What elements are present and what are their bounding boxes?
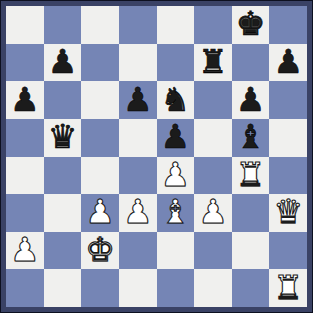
square-g4[interactable]: ♜: [232, 157, 270, 195]
square-f3[interactable]: ♟: [194, 194, 232, 232]
square-g5[interactable]: ♝: [232, 119, 270, 157]
square-h2[interactable]: [269, 232, 307, 270]
piece-black-pawn[interactable]: ♟: [123, 83, 153, 116]
square-g2[interactable]: [232, 232, 270, 270]
piece-white-pawn[interactable]: ♟: [123, 195, 153, 228]
square-e1[interactable]: [157, 269, 195, 307]
piece-black-pawn[interactable]: ♟: [161, 120, 191, 153]
square-h4[interactable]: [269, 157, 307, 195]
square-a1[interactable]: [6, 269, 44, 307]
square-f7[interactable]: ♜: [194, 44, 232, 82]
square-f5[interactable]: [194, 119, 232, 157]
square-e5[interactable]: ♟: [157, 119, 195, 157]
piece-black-rook[interactable]: ♜: [198, 45, 228, 78]
square-a6[interactable]: ♟: [6, 81, 44, 119]
square-b6[interactable]: [44, 81, 82, 119]
piece-black-pawn[interactable]: ♟: [48, 45, 78, 78]
square-e8[interactable]: [157, 6, 195, 44]
square-b1[interactable]: [44, 269, 82, 307]
square-b7[interactable]: ♟: [44, 44, 82, 82]
square-d4[interactable]: [119, 157, 157, 195]
square-f2[interactable]: [194, 232, 232, 270]
square-c6[interactable]: [81, 81, 119, 119]
square-f1[interactable]: [194, 269, 232, 307]
square-d2[interactable]: [119, 232, 157, 270]
piece-white-bishop[interactable]: ♝: [161, 195, 191, 228]
square-b2[interactable]: [44, 232, 82, 270]
piece-white-pawn[interactable]: ♟: [198, 195, 228, 228]
square-a2[interactable]: ♟: [6, 232, 44, 270]
chess-board: ♚♟♜♟♟♟♞♟♛♟♝♟♜♟♟♝♟♛♟♚♜: [6, 6, 307, 307]
square-a7[interactable]: [6, 44, 44, 82]
square-d6[interactable]: ♟: [119, 81, 157, 119]
square-h6[interactable]: [269, 81, 307, 119]
piece-black-king[interactable]: ♚: [236, 7, 266, 40]
square-e2[interactable]: [157, 232, 195, 270]
board-frame: ♚♟♜♟♟♟♞♟♛♟♝♟♜♟♟♝♟♛♟♚♜: [0, 0, 313, 313]
square-e4[interactable]: ♟: [157, 157, 195, 195]
square-a5[interactable]: [6, 119, 44, 157]
square-c2[interactable]: ♚: [81, 232, 119, 270]
square-h8[interactable]: [269, 6, 307, 44]
piece-white-rook[interactable]: ♜: [273, 271, 303, 304]
square-c1[interactable]: [81, 269, 119, 307]
piece-white-king[interactable]: ♚: [85, 233, 115, 266]
square-d7[interactable]: [119, 44, 157, 82]
square-a8[interactable]: [6, 6, 44, 44]
square-c5[interactable]: [81, 119, 119, 157]
square-a4[interactable]: [6, 157, 44, 195]
square-f4[interactable]: [194, 157, 232, 195]
square-b8[interactable]: [44, 6, 82, 44]
square-c7[interactable]: [81, 44, 119, 82]
piece-black-knight[interactable]: ♞: [161, 83, 191, 116]
square-h1[interactable]: ♜: [269, 269, 307, 307]
square-h5[interactable]: [269, 119, 307, 157]
piece-black-queen[interactable]: ♛: [48, 120, 78, 153]
square-h7[interactable]: ♟: [269, 44, 307, 82]
piece-black-bishop[interactable]: ♝: [236, 120, 266, 153]
square-g8[interactable]: ♚: [232, 6, 270, 44]
square-g3[interactable]: [232, 194, 270, 232]
square-c4[interactable]: [81, 157, 119, 195]
square-c3[interactable]: ♟: [81, 194, 119, 232]
square-g7[interactable]: [232, 44, 270, 82]
square-d5[interactable]: [119, 119, 157, 157]
square-e6[interactable]: ♞: [157, 81, 195, 119]
square-h3[interactable]: ♛: [269, 194, 307, 232]
piece-black-pawn[interactable]: ♟: [10, 83, 40, 116]
square-e7[interactable]: [157, 44, 195, 82]
square-b5[interactable]: ♛: [44, 119, 82, 157]
piece-white-pawn[interactable]: ♟: [161, 158, 191, 191]
square-g6[interactable]: ♟: [232, 81, 270, 119]
square-c8[interactable]: [81, 6, 119, 44]
square-f6[interactable]: [194, 81, 232, 119]
piece-white-rook[interactable]: ♜: [236, 158, 266, 191]
square-b3[interactable]: [44, 194, 82, 232]
piece-white-pawn[interactable]: ♟: [10, 233, 40, 266]
piece-white-queen[interactable]: ♛: [273, 195, 303, 228]
piece-black-pawn[interactable]: ♟: [236, 83, 266, 116]
square-e3[interactable]: ♝: [157, 194, 195, 232]
square-d8[interactable]: [119, 6, 157, 44]
square-a3[interactable]: [6, 194, 44, 232]
piece-black-pawn[interactable]: ♟: [273, 45, 303, 78]
square-g1[interactable]: [232, 269, 270, 307]
square-b4[interactable]: [44, 157, 82, 195]
piece-white-pawn[interactable]: ♟: [85, 195, 115, 228]
square-d1[interactable]: [119, 269, 157, 307]
square-f8[interactable]: [194, 6, 232, 44]
square-d3[interactable]: ♟: [119, 194, 157, 232]
